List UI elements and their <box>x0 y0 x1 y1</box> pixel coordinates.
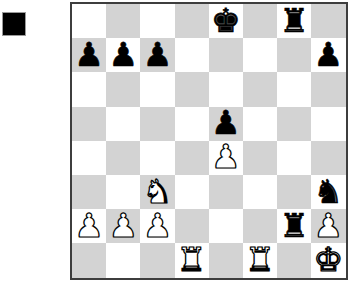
piece-black-rook: ♜ <box>279 4 309 37</box>
square-g7[interactable] <box>277 38 311 72</box>
square-f5[interactable] <box>243 107 277 141</box>
square-h5[interactable] <box>311 107 345 141</box>
piece-white-rook: ♜ <box>177 243 207 276</box>
square-b1[interactable] <box>106 243 140 277</box>
square-e5[interactable]: ♟ <box>209 107 243 141</box>
square-h7[interactable]: ♟ <box>311 38 345 72</box>
square-f6[interactable] <box>243 72 277 106</box>
square-h2[interactable]: ♟ <box>311 209 345 243</box>
square-g8[interactable]: ♜ <box>277 4 311 38</box>
square-c3[interactable]: ♞ <box>140 175 174 209</box>
square-b2[interactable]: ♟ <box>106 209 140 243</box>
square-a8[interactable] <box>72 4 106 38</box>
chess-diagram: ♚♜♟♟♟♟♟♟♞♞♟♟♟♜♟♜♜♚ <box>0 0 350 283</box>
square-f7[interactable] <box>243 38 277 72</box>
square-c1[interactable] <box>140 243 174 277</box>
square-d1[interactable]: ♜ <box>175 243 209 277</box>
square-d5[interactable] <box>175 107 209 141</box>
square-d8[interactable] <box>175 4 209 38</box>
square-a7[interactable]: ♟ <box>72 38 106 72</box>
side-to-move-indicator <box>2 12 26 36</box>
square-f3[interactable] <box>243 175 277 209</box>
piece-white-king: ♚ <box>314 243 344 276</box>
square-d3[interactable] <box>175 175 209 209</box>
square-b3[interactable] <box>106 175 140 209</box>
square-g3[interactable] <box>277 175 311 209</box>
square-e1[interactable] <box>209 243 243 277</box>
piece-white-knight: ♞ <box>143 175 173 208</box>
square-h4[interactable] <box>311 141 345 175</box>
chess-board: ♚♜♟♟♟♟♟♟♞♞♟♟♟♜♟♜♜♚ <box>70 2 348 280</box>
square-e8[interactable]: ♚ <box>209 4 243 38</box>
square-e3[interactable] <box>209 175 243 209</box>
piece-black-pawn: ♟ <box>211 107 241 140</box>
piece-white-rook: ♜ <box>245 243 275 276</box>
square-d4[interactable] <box>175 141 209 175</box>
square-d7[interactable] <box>175 38 209 72</box>
square-e2[interactable] <box>209 209 243 243</box>
square-c7[interactable]: ♟ <box>140 38 174 72</box>
square-h8[interactable] <box>311 4 345 38</box>
square-d2[interactable] <box>175 209 209 243</box>
square-c5[interactable] <box>140 107 174 141</box>
square-a1[interactable] <box>72 243 106 277</box>
piece-white-pawn: ♟ <box>143 209 173 242</box>
piece-black-rook: ♜ <box>279 209 309 242</box>
piece-white-pawn: ♟ <box>211 141 241 174</box>
square-b4[interactable] <box>106 141 140 175</box>
square-a2[interactable]: ♟ <box>72 209 106 243</box>
square-b7[interactable]: ♟ <box>106 38 140 72</box>
square-g1[interactable] <box>277 243 311 277</box>
square-h3[interactable]: ♞ <box>311 175 345 209</box>
square-g5[interactable] <box>277 107 311 141</box>
square-g2[interactable]: ♜ <box>277 209 311 243</box>
square-g6[interactable] <box>277 72 311 106</box>
square-c4[interactable] <box>140 141 174 175</box>
square-e4[interactable]: ♟ <box>209 141 243 175</box>
square-f1[interactable]: ♜ <box>243 243 277 277</box>
square-e7[interactable] <box>209 38 243 72</box>
square-f2[interactable] <box>243 209 277 243</box>
square-h6[interactable] <box>311 72 345 106</box>
piece-white-pawn: ♟ <box>74 209 104 242</box>
square-a3[interactable] <box>72 175 106 209</box>
square-f4[interactable] <box>243 141 277 175</box>
square-b5[interactable] <box>106 107 140 141</box>
square-a6[interactable] <box>72 72 106 106</box>
piece-black-king: ♚ <box>211 4 241 37</box>
square-b6[interactable] <box>106 72 140 106</box>
piece-black-pawn: ♟ <box>74 38 104 71</box>
square-a5[interactable] <box>72 107 106 141</box>
piece-black-pawn: ♟ <box>143 38 173 71</box>
square-f8[interactable] <box>243 4 277 38</box>
square-c2[interactable]: ♟ <box>140 209 174 243</box>
square-h1[interactable]: ♚ <box>311 243 345 277</box>
square-d6[interactable] <box>175 72 209 106</box>
square-e6[interactable] <box>209 72 243 106</box>
piece-black-knight: ♞ <box>314 175 344 208</box>
square-c8[interactable] <box>140 4 174 38</box>
square-b8[interactable] <box>106 4 140 38</box>
square-c6[interactable] <box>140 72 174 106</box>
piece-black-pawn: ♟ <box>314 38 344 71</box>
piece-white-pawn: ♟ <box>314 209 344 242</box>
piece-white-pawn: ♟ <box>108 209 138 242</box>
piece-black-pawn: ♟ <box>108 38 138 71</box>
square-a4[interactable] <box>72 141 106 175</box>
square-g4[interactable] <box>277 141 311 175</box>
